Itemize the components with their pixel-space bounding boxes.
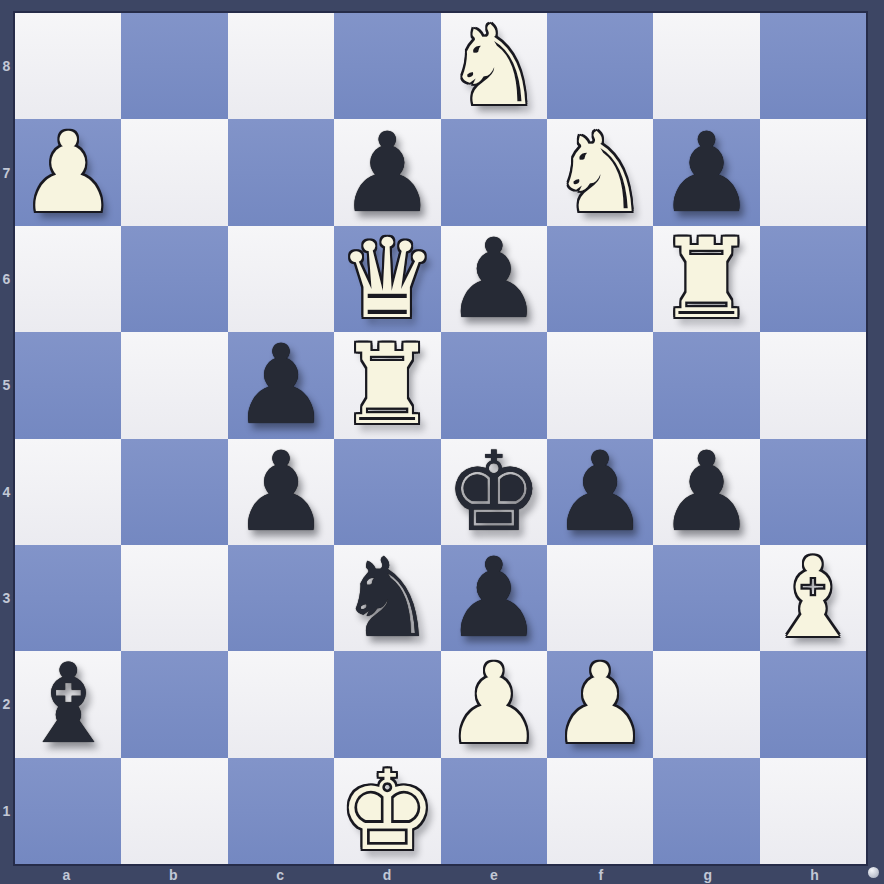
square-c5[interactable]: ♟ (228, 332, 334, 438)
chess-diagram: ♞♟♟♞♟♛♟♜♟♜♟♚♟♟♞♟♝♝♟♟♚ 87654321 abcdefgh (0, 0, 884, 884)
square-b2[interactable] (121, 651, 227, 757)
square-g6[interactable]: ♜ (653, 226, 759, 332)
square-g7[interactable]: ♟ (653, 119, 759, 225)
square-d4[interactable] (334, 439, 440, 545)
rank-label-3: 3 (0, 545, 13, 651)
square-a6[interactable] (15, 226, 121, 332)
file-label-f: f (547, 866, 654, 884)
rank-label-2: 2 (0, 651, 13, 757)
square-e3[interactable]: ♟ (441, 545, 547, 651)
piece-black-pawn-e6[interactable]: ♟ (444, 226, 543, 332)
file-label-e: e (441, 866, 548, 884)
square-f8[interactable] (547, 13, 653, 119)
piece-black-king-e4[interactable]: ♚ (444, 439, 543, 545)
square-c1[interactable] (228, 758, 334, 864)
square-e5[interactable] (441, 332, 547, 438)
piece-white-king-d1[interactable]: ♚ (338, 758, 437, 864)
file-label-a: a (13, 866, 120, 884)
square-e6[interactable]: ♟ (441, 226, 547, 332)
rank-label-5: 5 (0, 332, 13, 438)
square-d7[interactable]: ♟ (334, 119, 440, 225)
square-c4[interactable]: ♟ (228, 439, 334, 545)
square-a2[interactable]: ♝ (15, 651, 121, 757)
square-c7[interactable] (228, 119, 334, 225)
piece-black-pawn-c4[interactable]: ♟ (232, 439, 331, 545)
file-label-g: g (654, 866, 761, 884)
piece-white-pawn-f2[interactable]: ♟ (551, 651, 650, 757)
rank-label-1: 1 (0, 758, 13, 864)
square-g4[interactable]: ♟ (653, 439, 759, 545)
square-e2[interactable]: ♟ (441, 651, 547, 757)
piece-white-pawn-e2[interactable]: ♟ (444, 651, 543, 757)
piece-black-pawn-e3[interactable]: ♟ (444, 545, 543, 651)
square-b1[interactable] (121, 758, 227, 864)
square-h3[interactable]: ♝ (760, 545, 866, 651)
square-b4[interactable] (121, 439, 227, 545)
square-a4[interactable] (15, 439, 121, 545)
file-label-b: b (120, 866, 227, 884)
square-b5[interactable] (121, 332, 227, 438)
square-d2[interactable] (334, 651, 440, 757)
square-a5[interactable] (15, 332, 121, 438)
square-g1[interactable] (653, 758, 759, 864)
file-label-c: c (227, 866, 334, 884)
rank-label-6: 6 (0, 226, 13, 332)
square-f5[interactable] (547, 332, 653, 438)
piece-black-pawn-f4[interactable]: ♟ (551, 439, 650, 545)
piece-white-rook-d5[interactable]: ♜ (338, 332, 437, 438)
square-h7[interactable] (760, 119, 866, 225)
square-a7[interactable]: ♟ (15, 119, 121, 225)
square-d8[interactable] (334, 13, 440, 119)
square-h8[interactable] (760, 13, 866, 119)
square-h4[interactable] (760, 439, 866, 545)
square-e1[interactable] (441, 758, 547, 864)
rank-label-7: 7 (0, 119, 13, 225)
piece-black-knight-d3[interactable]: ♞ (338, 545, 437, 651)
file-label-d: d (334, 866, 441, 884)
square-b7[interactable] (121, 119, 227, 225)
square-h5[interactable] (760, 332, 866, 438)
square-e4[interactable]: ♚ (441, 439, 547, 545)
square-g3[interactable] (653, 545, 759, 651)
piece-black-pawn-g7[interactable]: ♟ (657, 120, 756, 226)
square-c3[interactable] (228, 545, 334, 651)
square-f7[interactable]: ♞ (547, 119, 653, 225)
board: ♞♟♟♞♟♛♟♜♟♜♟♚♟♟♞♟♝♝♟♟♚ (13, 11, 868, 866)
piece-white-queen-d6[interactable]: ♛ (338, 226, 437, 332)
rank-label-8: 8 (0, 13, 13, 119)
square-g2[interactable] (653, 651, 759, 757)
square-d1[interactable]: ♚ (334, 758, 440, 864)
square-g5[interactable] (653, 332, 759, 438)
square-b8[interactable] (121, 13, 227, 119)
piece-black-pawn-d7[interactable]: ♟ (338, 120, 437, 226)
square-f3[interactable] (547, 545, 653, 651)
square-h1[interactable] (760, 758, 866, 864)
piece-white-pawn-a7[interactable]: ♟ (19, 120, 118, 226)
square-f6[interactable] (547, 226, 653, 332)
piece-white-knight-f7[interactable]: ♞ (551, 120, 650, 226)
square-h6[interactable] (760, 226, 866, 332)
file-labels: abcdefgh (13, 866, 868, 884)
square-d6[interactable]: ♛ (334, 226, 440, 332)
piece-white-bishop-h3[interactable]: ♝ (764, 545, 863, 651)
file-label-h: h (761, 866, 868, 884)
rank-label-4: 4 (0, 439, 13, 545)
square-c8[interactable] (228, 13, 334, 119)
square-a8[interactable] (15, 13, 121, 119)
square-e8[interactable]: ♞ (441, 13, 547, 119)
white-to-move-indicator (868, 867, 879, 878)
square-a1[interactable] (15, 758, 121, 864)
square-c6[interactable] (228, 226, 334, 332)
square-b6[interactable] (121, 226, 227, 332)
square-b3[interactable] (121, 545, 227, 651)
piece-black-bishop-a2[interactable]: ♝ (19, 651, 118, 757)
square-e7[interactable] (441, 119, 547, 225)
square-f4[interactable]: ♟ (547, 439, 653, 545)
square-c2[interactable] (228, 651, 334, 757)
square-g8[interactable] (653, 13, 759, 119)
square-d5[interactable]: ♜ (334, 332, 440, 438)
rank-labels: 87654321 (0, 13, 13, 864)
piece-black-pawn-g4[interactable]: ♟ (657, 439, 756, 545)
square-d3[interactable]: ♞ (334, 545, 440, 651)
square-f1[interactable] (547, 758, 653, 864)
square-h2[interactable] (760, 651, 866, 757)
piece-black-pawn-c5[interactable]: ♟ (232, 332, 331, 438)
piece-white-rook-g6[interactable]: ♜ (657, 226, 756, 332)
square-f2[interactable]: ♟ (547, 651, 653, 757)
square-a3[interactable] (15, 545, 121, 651)
piece-white-knight-e8[interactable]: ♞ (444, 13, 543, 119)
